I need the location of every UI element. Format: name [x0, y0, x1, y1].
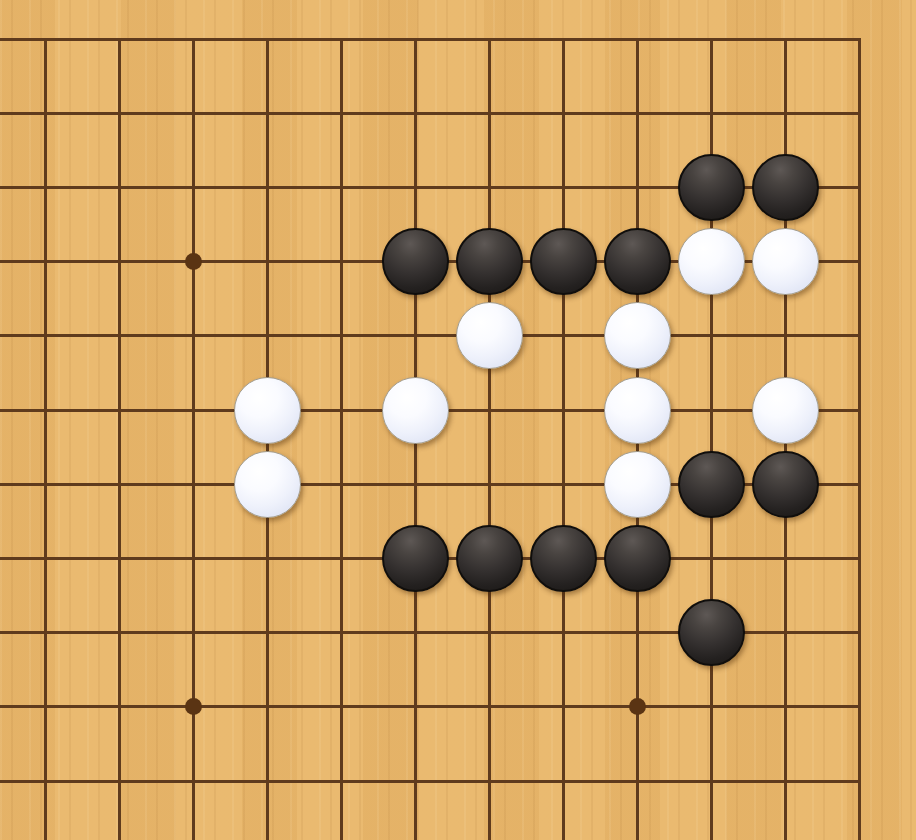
- black-stone: [382, 525, 449, 592]
- white-stone: [604, 451, 671, 518]
- white-stone: [456, 302, 523, 369]
- black-stone: [604, 525, 671, 592]
- white-stone: [604, 302, 671, 369]
- white-stone: [752, 377, 819, 444]
- grid-line-vertical: [44, 38, 47, 840]
- white-stone: [604, 377, 671, 444]
- grid-line-horizontal: [0, 112, 861, 115]
- grid-line-vertical: [118, 38, 121, 840]
- grid-line-vertical: [192, 38, 195, 840]
- black-stone: [678, 451, 745, 518]
- white-stone: [752, 228, 819, 295]
- white-stone: [234, 377, 301, 444]
- star-point: [185, 253, 202, 270]
- grid-line-vertical: [340, 38, 343, 840]
- grid-line-vertical: [488, 38, 491, 840]
- star-point: [629, 698, 646, 715]
- black-stone: [530, 228, 597, 295]
- grid-line-vertical: [562, 38, 565, 840]
- grid-line-horizontal: [0, 38, 861, 41]
- black-stone: [678, 599, 745, 666]
- black-stone: [604, 228, 671, 295]
- go-app-screenshot: [0, 0, 916, 840]
- grid-line-horizontal: [0, 780, 861, 783]
- grid-line-horizontal: [0, 705, 861, 708]
- black-stone: [752, 451, 819, 518]
- black-stone: [678, 154, 745, 221]
- black-stone: [456, 228, 523, 295]
- white-stone: [382, 377, 449, 444]
- black-stone: [382, 228, 449, 295]
- black-stone: [530, 525, 597, 592]
- grid-line-vertical: [858, 38, 861, 840]
- white-stone: [678, 228, 745, 295]
- black-stone: [752, 154, 819, 221]
- white-stone: [234, 451, 301, 518]
- go-board[interactable]: [0, 0, 916, 840]
- grid-line-horizontal: [0, 334, 861, 337]
- black-stone: [456, 525, 523, 592]
- star-point: [185, 698, 202, 715]
